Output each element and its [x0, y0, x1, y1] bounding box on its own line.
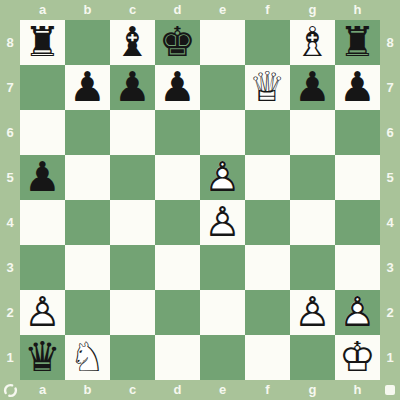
- white-square-glyph: [385, 385, 395, 395]
- rank-label-7: 7: [0, 65, 20, 110]
- rank-labels-right: 87654321: [380, 20, 400, 380]
- square-d4[interactable]: [155, 200, 200, 245]
- square-g5[interactable]: [290, 155, 335, 200]
- square-c7[interactable]: ♟: [110, 65, 155, 110]
- file-label-e: e: [200, 0, 245, 20]
- square-e6[interactable]: [200, 110, 245, 155]
- piece-white-bishop[interactable]: ♝♗: [290, 20, 335, 65]
- rank-label-4: 4: [380, 200, 400, 245]
- square-h6[interactable]: [335, 110, 380, 155]
- file-labels-top: abcdefgh: [0, 0, 400, 20]
- file-label-e: e: [200, 380, 245, 400]
- square-d1[interactable]: [155, 335, 200, 380]
- square-a1[interactable]: ♛: [20, 335, 65, 380]
- piece-black-pawn[interactable]: ♟: [335, 65, 380, 110]
- square-a5[interactable]: ♟: [20, 155, 65, 200]
- file-label-g: g: [290, 0, 335, 20]
- square-b1[interactable]: ♞♘: [65, 335, 110, 380]
- square-h4[interactable]: [335, 200, 380, 245]
- square-c3[interactable]: [110, 245, 155, 290]
- square-e8[interactable]: [200, 20, 245, 65]
- rank-label-1: 1: [380, 335, 400, 380]
- square-g3[interactable]: [290, 245, 335, 290]
- square-g7[interactable]: ♟: [290, 65, 335, 110]
- rank-label-5: 5: [380, 155, 400, 200]
- piece-outline-layer: ♙: [20, 290, 65, 335]
- piece-black-rook[interactable]: ♜: [20, 20, 65, 65]
- square-b6[interactable]: [65, 110, 110, 155]
- piece-white-queen[interactable]: ♛♕: [245, 65, 290, 110]
- file-label-a: a: [20, 380, 65, 400]
- piece-white-pawn[interactable]: ♟♙: [200, 155, 245, 200]
- square-d7[interactable]: ♟: [155, 65, 200, 110]
- square-d5[interactable]: [155, 155, 200, 200]
- square-b8[interactable]: [65, 20, 110, 65]
- square-c6[interactable]: [110, 110, 155, 155]
- square-a7[interactable]: [20, 65, 65, 110]
- flip-board-icon-svg: [3, 383, 18, 398]
- square-e7[interactable]: [200, 65, 245, 110]
- piece-black-bishop[interactable]: ♝: [110, 20, 155, 65]
- piece-black-pawn[interactable]: ♟: [20, 155, 65, 200]
- chess-board: ♜♝♚♝♗♜♟♟♟♛♕♟♟♟♟♙♟♙♟♙♟♙♟♙♛♞♘♚♔: [20, 20, 380, 380]
- rank-label-1: 1: [0, 335, 20, 380]
- rank-label-7: 7: [380, 65, 400, 110]
- piece-outline-layer: ♙: [335, 290, 380, 335]
- square-h8[interactable]: ♜: [335, 20, 380, 65]
- file-label-f: f: [245, 0, 290, 20]
- square-d6[interactable]: [155, 110, 200, 155]
- square-a8[interactable]: ♜: [20, 20, 65, 65]
- square-g1[interactable]: [290, 335, 335, 380]
- square-b4[interactable]: [65, 200, 110, 245]
- square-b7[interactable]: ♟: [65, 65, 110, 110]
- square-e1[interactable]: [200, 335, 245, 380]
- square-h1[interactable]: ♚♔: [335, 335, 380, 380]
- square-b5[interactable]: [65, 155, 110, 200]
- rank-label-6: 6: [0, 110, 20, 155]
- piece-black-pawn[interactable]: ♟: [110, 65, 155, 110]
- square-a4[interactable]: [20, 200, 65, 245]
- piece-white-pawn[interactable]: ♟♙: [20, 290, 65, 335]
- piece-outline-layer: ♗: [290, 20, 335, 65]
- square-e3[interactable]: [200, 245, 245, 290]
- piece-outline-layer: ♙: [290, 290, 335, 335]
- piece-white-pawn[interactable]: ♟♙: [200, 200, 245, 245]
- file-label-b: b: [65, 0, 110, 20]
- square-c8[interactable]: ♝: [110, 20, 155, 65]
- square-b2[interactable]: [65, 290, 110, 335]
- file-label-b: b: [65, 380, 110, 400]
- rank-label-5: 5: [0, 155, 20, 200]
- square-a6[interactable]: [20, 110, 65, 155]
- rank-labels-left: 87654321: [0, 20, 20, 380]
- square-f6[interactable]: [245, 110, 290, 155]
- square-f4[interactable]: [245, 200, 290, 245]
- rank-label-4: 4: [0, 200, 20, 245]
- file-label-h: h: [335, 380, 380, 400]
- piece-black-queen[interactable]: ♛: [20, 335, 65, 380]
- square-b3[interactable]: [65, 245, 110, 290]
- square-g2[interactable]: ♟♙: [290, 290, 335, 335]
- square-h7[interactable]: ♟: [335, 65, 380, 110]
- file-label-a: a: [20, 0, 65, 20]
- file-label-c: c: [110, 0, 155, 20]
- square-f8[interactable]: [245, 20, 290, 65]
- square-h2[interactable]: ♟♙: [335, 290, 380, 335]
- piece-outline-layer: ♘: [65, 335, 110, 380]
- piece-black-king[interactable]: ♚: [155, 20, 200, 65]
- square-g8[interactable]: ♝♗: [290, 20, 335, 65]
- square-e2[interactable]: [200, 290, 245, 335]
- rank-label-2: 2: [380, 290, 400, 335]
- rank-label-8: 8: [380, 20, 400, 65]
- file-label-g: g: [290, 380, 335, 400]
- piece-white-knight[interactable]: ♞♘: [65, 335, 110, 380]
- file-label-h: h: [335, 0, 380, 20]
- square-f2[interactable]: [245, 290, 290, 335]
- file-labels-top-row: abcdefgh: [20, 0, 380, 20]
- top-right-corner: [380, 0, 400, 20]
- square-h5[interactable]: [335, 155, 380, 200]
- file-labels-bottom-row: abcdefgh: [20, 380, 380, 400]
- square-d2[interactable]: [155, 290, 200, 335]
- square-c2[interactable]: [110, 290, 155, 335]
- square-g6[interactable]: [290, 110, 335, 155]
- square-a2[interactable]: ♟♙: [20, 290, 65, 335]
- square-f1[interactable]: [245, 335, 290, 380]
- piece-white-pawn[interactable]: ♟♙: [335, 290, 380, 335]
- rank-label-2: 2: [0, 290, 20, 335]
- square-e5[interactable]: ♟♙: [200, 155, 245, 200]
- square-h3[interactable]: [335, 245, 380, 290]
- file-label-f: f: [245, 380, 290, 400]
- file-label-d: d: [155, 0, 200, 20]
- piece-black-pawn[interactable]: ♟: [290, 65, 335, 110]
- file-label-d: d: [155, 380, 200, 400]
- piece-outline-layer: ♕: [245, 65, 290, 110]
- flip-board-icon[interactable]: [0, 380, 20, 400]
- piece-black-pawn[interactable]: ♟: [155, 65, 200, 110]
- square-c5[interactable]: [110, 155, 155, 200]
- piece-white-pawn[interactable]: ♟♙: [290, 290, 335, 335]
- square-e4[interactable]: ♟♙: [200, 200, 245, 245]
- square-a3[interactable]: [20, 245, 65, 290]
- piece-black-pawn[interactable]: ♟: [65, 65, 110, 110]
- square-c1[interactable]: [110, 335, 155, 380]
- rank-label-8: 8: [0, 20, 20, 65]
- square-f5[interactable]: [245, 155, 290, 200]
- piece-outline-layer: ♔: [335, 335, 380, 380]
- piece-white-king[interactable]: ♚♔: [335, 335, 380, 380]
- top-left-corner: [0, 0, 20, 20]
- piece-outline-layer: ♙: [200, 155, 245, 200]
- square-c4[interactable]: [110, 200, 155, 245]
- white-square-icon[interactable]: [380, 380, 400, 400]
- square-d3[interactable]: [155, 245, 200, 290]
- piece-black-rook[interactable]: ♜: [335, 20, 380, 65]
- chess-board-widget: abcdefgh 87654321 ♜♝♚♝♗♜♟♟♟♛♕♟♟♟♟♙♟♙♟♙♟♙…: [0, 0, 400, 400]
- square-f7[interactable]: ♛♕: [245, 65, 290, 110]
- piece-outline-layer: ♙: [200, 200, 245, 245]
- rank-label-3: 3: [0, 245, 20, 290]
- rank-label-3: 3: [380, 245, 400, 290]
- file-label-c: c: [110, 380, 155, 400]
- square-d8[interactable]: ♚: [155, 20, 200, 65]
- file-labels-bottom: abcdefgh: [0, 380, 400, 400]
- rank-label-6: 6: [380, 110, 400, 155]
- square-g4[interactable]: [290, 200, 335, 245]
- square-f3[interactable]: [245, 245, 290, 290]
